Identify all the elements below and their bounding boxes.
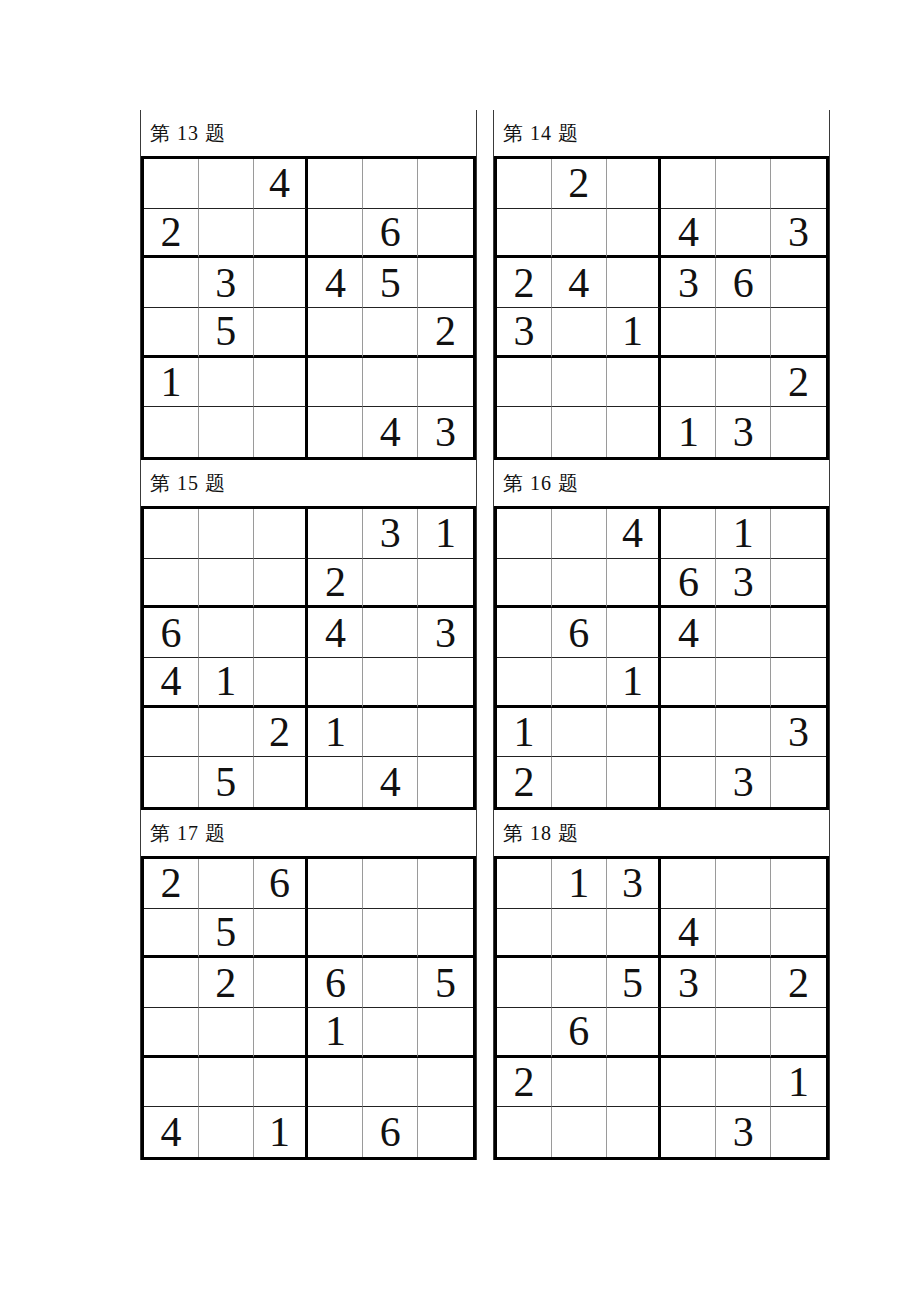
sudoku-cell-empty xyxy=(308,308,363,358)
sudoku-cell-given: 4 xyxy=(607,509,662,559)
sudoku-cell-empty xyxy=(418,1107,473,1157)
sudoku-cell-empty xyxy=(552,358,607,408)
sudoku-cell-given: 5 xyxy=(363,258,418,308)
sudoku-cell-given: 1 xyxy=(418,509,473,559)
sudoku-cell-empty xyxy=(254,258,309,308)
sudoku-cell-empty xyxy=(771,859,826,909)
sudoku-cell-empty xyxy=(254,1008,309,1058)
sudoku-cell-empty xyxy=(144,958,199,1008)
sudoku-grid: 42634552143 xyxy=(141,156,476,460)
sudoku-cell-empty xyxy=(771,258,826,308)
sudoku-cell-empty xyxy=(308,1107,363,1157)
sudoku-cell-given: 3 xyxy=(771,209,826,259)
sudoku-cell-empty xyxy=(497,658,552,708)
sudoku-cell-empty xyxy=(144,1008,199,1058)
sudoku-cell-empty xyxy=(497,209,552,259)
sudoku-cell-empty xyxy=(716,358,771,408)
sudoku-cell-given: 2 xyxy=(497,757,552,807)
sudoku-cell-empty xyxy=(552,209,607,259)
sudoku-cell-empty xyxy=(254,407,309,457)
sudoku-cell-empty xyxy=(199,859,254,909)
sudoku-cell-empty xyxy=(607,407,662,457)
sudoku-cell-empty xyxy=(552,1107,607,1157)
sudoku-cell-empty xyxy=(497,1107,552,1157)
sudoku-cell-given: 2 xyxy=(497,258,552,308)
sudoku-cell-given: 3 xyxy=(771,708,826,758)
right-column: 第 14 题 243243631213 第 16 题 41636411323 第… xyxy=(493,110,830,1160)
sudoku-cell-empty xyxy=(497,958,552,1008)
sudoku-cell-given: 6 xyxy=(552,608,607,658)
sudoku-cell-given: 3 xyxy=(418,608,473,658)
sudoku-cell-given: 2 xyxy=(144,209,199,259)
sudoku-cell-given: 3 xyxy=(199,258,254,308)
sudoku-cell-empty xyxy=(199,209,254,259)
sudoku-cell-empty xyxy=(254,209,309,259)
sudoku-cell-empty xyxy=(716,159,771,209)
sudoku-cell-empty xyxy=(552,708,607,758)
sudoku-cell-given: 4 xyxy=(308,258,363,308)
sudoku-cell-empty xyxy=(144,509,199,559)
sudoku-cell-given: 2 xyxy=(418,308,473,358)
sudoku-cell-given: 1 xyxy=(716,509,771,559)
sudoku-cell-empty xyxy=(363,708,418,758)
sudoku-cell-empty xyxy=(771,1008,826,1058)
sudoku-cell-empty xyxy=(418,757,473,807)
sudoku-cell-empty xyxy=(418,159,473,209)
sudoku-grid: 1345326213 xyxy=(494,856,829,1160)
puzzle-block-16: 第 16 题 41636411323 xyxy=(494,460,829,810)
sudoku-cell-given: 4 xyxy=(254,159,309,209)
sudoku-cell-given: 2 xyxy=(497,1058,552,1108)
sudoku-cell-given: 1 xyxy=(308,708,363,758)
sudoku-cell-given: 4 xyxy=(144,1107,199,1157)
sudoku-cell-empty xyxy=(418,559,473,609)
sudoku-cell-given: 4 xyxy=(661,608,716,658)
sudoku-cell-empty xyxy=(144,909,199,959)
sudoku-cell-empty xyxy=(497,608,552,658)
sudoku-cell-empty xyxy=(771,159,826,209)
sudoku-cell-given: 4 xyxy=(661,909,716,959)
sudoku-cell-empty xyxy=(363,1008,418,1058)
sudoku-cell-empty xyxy=(363,159,418,209)
puzzle-title: 第 13 题 xyxy=(141,110,476,156)
sudoku-cell-empty xyxy=(552,509,607,559)
sudoku-cell-empty xyxy=(418,708,473,758)
puzzle-title: 第 15 题 xyxy=(141,460,476,506)
sudoku-cell-empty xyxy=(716,658,771,708)
sudoku-cell-empty xyxy=(552,308,607,358)
sudoku-cell-empty xyxy=(607,358,662,408)
sudoku-cell-empty xyxy=(771,308,826,358)
sudoku-cell-empty xyxy=(661,708,716,758)
sudoku-cell-empty xyxy=(716,209,771,259)
sudoku-cell-empty xyxy=(497,407,552,457)
sudoku-cell-empty xyxy=(308,358,363,408)
sudoku-cell-empty xyxy=(661,757,716,807)
sudoku-cell-given: 6 xyxy=(363,1107,418,1157)
sudoku-grid: 243243631213 xyxy=(494,156,829,460)
sudoku-cell-given: 6 xyxy=(552,1008,607,1058)
puzzle-title: 第 14 题 xyxy=(494,110,829,156)
sudoku-cell-given: 2 xyxy=(771,358,826,408)
sudoku-cell-empty xyxy=(607,1058,662,1108)
sudoku-cell-given: 4 xyxy=(552,258,607,308)
sudoku-cell-empty xyxy=(418,658,473,708)
sudoku-cell-given: 5 xyxy=(607,958,662,1008)
sudoku-cell-given: 1 xyxy=(199,658,254,708)
sudoku-cell-empty xyxy=(771,509,826,559)
sudoku-cell-empty xyxy=(607,258,662,308)
sudoku-cell-empty xyxy=(363,859,418,909)
sudoku-cell-empty xyxy=(771,407,826,457)
sudoku-cell-empty xyxy=(254,909,309,959)
sudoku-cell-empty xyxy=(308,407,363,457)
sudoku-cell-given: 4 xyxy=(144,658,199,708)
sudoku-cell-given: 3 xyxy=(363,509,418,559)
sudoku-cell-empty xyxy=(418,358,473,408)
sudoku-cell-empty xyxy=(199,358,254,408)
sudoku-cell-empty xyxy=(552,407,607,457)
sudoku-cell-given: 3 xyxy=(497,308,552,358)
sudoku-cell-empty xyxy=(607,159,662,209)
sudoku-cell-given: 5 xyxy=(199,909,254,959)
sudoku-cell-empty xyxy=(716,958,771,1008)
sudoku-cell-given: 3 xyxy=(716,559,771,609)
sudoku-cell-given: 4 xyxy=(363,757,418,807)
sudoku-cell-given: 3 xyxy=(716,757,771,807)
sudoku-cell-empty xyxy=(661,859,716,909)
sudoku-cell-empty xyxy=(199,509,254,559)
sudoku-cell-empty xyxy=(661,358,716,408)
sudoku-cell-empty xyxy=(771,608,826,658)
sudoku-cell-empty xyxy=(661,658,716,708)
sudoku-cell-empty xyxy=(661,159,716,209)
sudoku-cell-empty xyxy=(497,909,552,959)
sudoku-cell-empty xyxy=(552,958,607,1008)
sudoku-cell-empty xyxy=(716,308,771,358)
sudoku-cell-empty xyxy=(308,1058,363,1108)
sudoku-cell-given: 2 xyxy=(552,159,607,209)
sudoku-cell-given: 6 xyxy=(308,958,363,1008)
sudoku-cell-empty xyxy=(254,608,309,658)
sudoku-cell-given: 1 xyxy=(144,358,199,408)
sudoku-cell-given: 1 xyxy=(607,308,662,358)
sudoku-cell-empty xyxy=(199,559,254,609)
sudoku-cell-empty xyxy=(497,1008,552,1058)
puzzle-block-13: 第 13 题 42634552143 xyxy=(141,110,476,460)
sudoku-cell-empty xyxy=(199,708,254,758)
sudoku-cell-empty xyxy=(497,509,552,559)
puzzle-block-17: 第 17 题 2652651416 xyxy=(141,810,476,1160)
sudoku-cell-empty xyxy=(308,757,363,807)
sudoku-cell-empty xyxy=(716,708,771,758)
sudoku-cell-empty xyxy=(497,859,552,909)
sudoku-cell-empty xyxy=(308,909,363,959)
sudoku-cell-empty xyxy=(308,658,363,708)
sudoku-cell-given: 2 xyxy=(144,859,199,909)
sudoku-grid: 312643412154 xyxy=(141,506,476,810)
puzzle-block-14: 第 14 题 243243631213 xyxy=(494,110,829,460)
sudoku-cell-empty xyxy=(607,209,662,259)
sudoku-cell-empty xyxy=(308,209,363,259)
sudoku-cell-empty xyxy=(199,1008,254,1058)
sudoku-cell-given: 5 xyxy=(418,958,473,1008)
sudoku-cell-empty xyxy=(661,1107,716,1157)
sudoku-cell-given: 2 xyxy=(308,559,363,609)
sudoku-cell-empty xyxy=(363,909,418,959)
sudoku-cell-empty xyxy=(607,909,662,959)
sudoku-cell-empty xyxy=(661,509,716,559)
sudoku-cell-empty xyxy=(199,407,254,457)
sudoku-cell-given: 3 xyxy=(607,859,662,909)
sudoku-cell-empty xyxy=(144,559,199,609)
sudoku-cell-empty xyxy=(418,258,473,308)
sudoku-cell-empty xyxy=(716,1008,771,1058)
sudoku-cell-given: 3 xyxy=(661,258,716,308)
sudoku-cell-empty xyxy=(661,1008,716,1058)
sudoku-cell-empty xyxy=(144,308,199,358)
sudoku-cell-empty xyxy=(308,509,363,559)
sudoku-cell-empty xyxy=(144,159,199,209)
sudoku-cell-empty xyxy=(254,509,309,559)
sudoku-cell-given: 1 xyxy=(254,1107,309,1157)
sudoku-cell-given: 6 xyxy=(716,258,771,308)
sudoku-cell-empty xyxy=(144,258,199,308)
sudoku-cell-empty xyxy=(661,1058,716,1108)
sudoku-cell-given: 4 xyxy=(661,209,716,259)
sudoku-cell-empty xyxy=(254,358,309,408)
sudoku-cell-given: 3 xyxy=(418,407,473,457)
sudoku-cell-empty xyxy=(607,1107,662,1157)
sudoku-cell-given: 2 xyxy=(199,958,254,1008)
sudoku-cell-empty xyxy=(771,559,826,609)
sudoku-cell-empty xyxy=(363,559,418,609)
sudoku-cell-given: 1 xyxy=(552,859,607,909)
sudoku-cell-empty xyxy=(552,757,607,807)
sudoku-cell-empty xyxy=(363,358,418,408)
sudoku-cell-empty xyxy=(607,1008,662,1058)
sudoku-cell-given: 5 xyxy=(199,308,254,358)
sudoku-cell-empty xyxy=(716,859,771,909)
sudoku-cell-given: 6 xyxy=(254,859,309,909)
sudoku-cell-empty xyxy=(418,859,473,909)
sudoku-cell-given: 1 xyxy=(308,1008,363,1058)
puzzle-table: 第 13 题 42634552143 第 15 题 312643412154 第… xyxy=(140,110,830,1160)
sudoku-cell-empty xyxy=(552,1058,607,1108)
sudoku-cell-given: 1 xyxy=(771,1058,826,1108)
puzzle-title: 第 17 题 xyxy=(141,810,476,856)
sudoku-cell-empty xyxy=(771,658,826,708)
worksheet-page: 第 13 题 42634552143 第 15 题 312643412154 第… xyxy=(0,0,920,1302)
sudoku-cell-empty xyxy=(199,159,254,209)
sudoku-cell-given: 1 xyxy=(497,708,552,758)
sudoku-cell-empty xyxy=(716,1058,771,1108)
sudoku-cell-empty xyxy=(199,608,254,658)
sudoku-cell-given: 3 xyxy=(716,1107,771,1157)
sudoku-cell-empty xyxy=(144,757,199,807)
sudoku-cell-empty xyxy=(254,658,309,708)
sudoku-cell-empty xyxy=(363,958,418,1008)
sudoku-cell-empty xyxy=(552,559,607,609)
sudoku-cell-empty xyxy=(607,757,662,807)
sudoku-cell-empty xyxy=(144,407,199,457)
sudoku-cell-given: 6 xyxy=(144,608,199,658)
sudoku-cell-given: 5 xyxy=(199,757,254,807)
sudoku-cell-given: 2 xyxy=(771,958,826,1008)
sudoku-cell-empty xyxy=(363,658,418,708)
sudoku-cell-empty xyxy=(363,1058,418,1108)
sudoku-cell-empty xyxy=(254,958,309,1008)
sudoku-cell-empty xyxy=(308,159,363,209)
sudoku-cell-empty xyxy=(661,308,716,358)
puzzle-title: 第 16 题 xyxy=(494,460,829,506)
sudoku-cell-empty xyxy=(716,608,771,658)
sudoku-cell-given: 4 xyxy=(363,407,418,457)
sudoku-cell-given: 2 xyxy=(254,708,309,758)
sudoku-cell-given: 3 xyxy=(661,958,716,1008)
sudoku-cell-empty xyxy=(363,608,418,658)
sudoku-cell-given: 3 xyxy=(716,407,771,457)
sudoku-cell-empty xyxy=(254,308,309,358)
sudoku-cell-empty xyxy=(254,559,309,609)
sudoku-cell-empty xyxy=(716,909,771,959)
sudoku-cell-empty xyxy=(363,308,418,358)
sudoku-cell-given: 4 xyxy=(308,608,363,658)
sudoku-cell-empty xyxy=(552,909,607,959)
sudoku-grid: 41636411323 xyxy=(494,506,829,810)
sudoku-cell-empty xyxy=(497,358,552,408)
sudoku-cell-empty xyxy=(607,608,662,658)
sudoku-cell-given: 6 xyxy=(363,209,418,259)
sudoku-cell-empty xyxy=(254,1058,309,1108)
puzzle-block-15: 第 15 题 312643412154 xyxy=(141,460,476,810)
sudoku-cell-given: 1 xyxy=(661,407,716,457)
sudoku-cell-empty xyxy=(254,757,309,807)
sudoku-cell-empty xyxy=(552,658,607,708)
sudoku-cell-empty xyxy=(607,559,662,609)
sudoku-cell-empty xyxy=(199,1107,254,1157)
sudoku-cell-empty xyxy=(199,1058,254,1108)
puzzle-title: 第 18 题 xyxy=(494,810,829,856)
sudoku-cell-empty xyxy=(308,859,363,909)
sudoku-cell-empty xyxy=(771,1107,826,1157)
sudoku-cell-empty xyxy=(497,559,552,609)
left-column: 第 13 题 42634552143 第 15 题 312643412154 第… xyxy=(140,110,477,1160)
sudoku-cell-empty xyxy=(418,1058,473,1108)
sudoku-grid: 2652651416 xyxy=(141,856,476,1160)
sudoku-cell-empty xyxy=(418,909,473,959)
sudoku-cell-empty xyxy=(771,909,826,959)
sudoku-cell-given: 6 xyxy=(661,559,716,609)
sudoku-cell-empty xyxy=(418,1008,473,1058)
sudoku-cell-empty xyxy=(418,209,473,259)
sudoku-cell-given: 1 xyxy=(607,658,662,708)
sudoku-cell-empty xyxy=(607,708,662,758)
sudoku-cell-empty xyxy=(771,757,826,807)
sudoku-cell-empty xyxy=(144,1058,199,1108)
puzzle-block-18: 第 18 题 1345326213 xyxy=(494,810,829,1160)
sudoku-cell-empty xyxy=(497,159,552,209)
sudoku-cell-empty xyxy=(144,708,199,758)
